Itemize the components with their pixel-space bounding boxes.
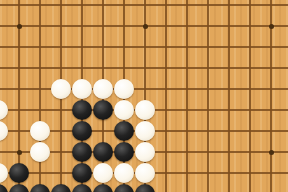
white-stone [135,100,155,120]
go-app-window [0,0,288,192]
black-stone [72,184,92,192]
white-stone [51,79,71,99]
stones-grid [0,0,282,192]
black-stone [114,121,134,141]
white-stone [93,163,113,183]
white-stone [114,100,134,120]
black-stone [0,184,8,192]
black-stone [9,184,29,192]
black-stone [93,142,113,162]
black-stone [72,121,92,141]
black-stone [72,142,92,162]
white-stone [0,121,8,141]
black-stone [93,100,113,120]
white-stone [30,121,50,141]
go-board[interactable] [0,0,288,192]
black-stone [30,184,50,192]
black-stone [72,100,92,120]
black-stone [114,142,134,162]
white-stone [72,79,92,99]
white-stone [135,121,155,141]
white-stone [135,163,155,183]
black-stone [9,163,29,183]
white-stone [135,142,155,162]
white-stone [114,163,134,183]
black-stone [93,184,113,192]
black-stone [51,184,71,192]
black-stone [114,184,134,192]
white-stone [30,142,50,162]
white-stone [93,79,113,99]
white-stone [0,163,8,183]
white-stone [0,100,8,120]
white-stone [114,79,134,99]
black-stone [135,184,155,192]
black-stone [72,163,92,183]
